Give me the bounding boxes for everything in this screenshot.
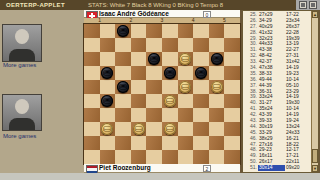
window-restore-button[interactable] [299, 1, 307, 9]
board-square[interactable] [115, 122, 131, 136]
board-square[interactable] [131, 136, 147, 150]
stats-text: STATS: White 7 Black 8 WKing 0 BKing 0 T… [88, 0, 223, 10]
page-bottom-strip [0, 173, 320, 180]
board-square[interactable] [209, 94, 225, 108]
portrait-shoulders [9, 49, 35, 62]
board-square[interactable] [84, 122, 100, 136]
board-square[interactable] [178, 108, 194, 122]
sidebar: More games More games [0, 10, 84, 173]
board-square[interactable] [193, 108, 209, 122]
board-square[interactable] [162, 150, 178, 164]
column-label: 3 [154, 18, 170, 23]
bottom-player-photo[interactable] [2, 94, 42, 131]
board-square[interactable] [115, 52, 131, 66]
board-square[interactable] [209, 150, 225, 164]
board-square[interactable] [100, 38, 116, 52]
restore-icon [301, 3, 305, 7]
board-square[interactable] [146, 38, 162, 52]
board-square[interactable] [193, 122, 209, 136]
board-square[interactable] [193, 52, 209, 66]
board-square[interactable] [146, 24, 162, 38]
bottom-player-badge[interactable]: 2 [203, 165, 211, 172]
title-bar: OERTERP-APPLET STATS: White 7 Black 8 WK… [0, 0, 296, 10]
white-piece[interactable]: ⛀ [211, 81, 223, 93]
white-piece[interactable]: ⛀ [179, 81, 191, 93]
board-square[interactable] [84, 66, 100, 80]
black-piece[interactable]: ⛂ [101, 95, 113, 107]
board-square[interactable] [100, 108, 116, 122]
board-square[interactable] [224, 38, 240, 52]
board-square[interactable] [131, 150, 147, 164]
board-square[interactable] [209, 108, 225, 122]
move-list-scrollbar[interactable]: ▲ ▼ [311, 11, 318, 172]
board-square[interactable] [193, 94, 209, 108]
column-label: 1 [92, 18, 108, 23]
board-square[interactable] [162, 136, 178, 150]
more-games-link-top[interactable]: More games [3, 62, 36, 68]
board-square[interactable] [224, 150, 240, 164]
board-square[interactable] [115, 150, 131, 164]
board-square[interactable] [209, 122, 225, 136]
column-label: 4 [185, 18, 201, 23]
board-square[interactable] [162, 52, 178, 66]
scroll-down-button[interactable]: ▼ [312, 165, 318, 172]
more-games-link-bottom[interactable]: More games [3, 133, 36, 139]
board-square[interactable] [131, 108, 147, 122]
board-square[interactable] [84, 94, 100, 108]
top-player-photo[interactable] [2, 24, 42, 62]
white-piece[interactable]: ⛀ [101, 123, 113, 135]
board-square[interactable] [100, 136, 116, 150]
board-square[interactable] [115, 94, 131, 108]
draughts-applet: OERTERP-APPLET STATS: White 7 Black 8 WK… [0, 0, 320, 180]
board-square[interactable] [84, 150, 100, 164]
board-square[interactable] [224, 94, 240, 108]
board-square[interactable] [178, 66, 194, 80]
board-square[interactable] [146, 108, 162, 122]
board-square[interactable] [84, 38, 100, 52]
board-square[interactable] [131, 66, 147, 80]
board-square[interactable] [131, 24, 147, 38]
board-square[interactable] [162, 108, 178, 122]
move-list-panel: 25.27x2917-2226.34-2923x3427.40x2926x372… [242, 10, 319, 173]
white-piece[interactable]: ⛀ [133, 123, 145, 135]
board-square[interactable] [209, 38, 225, 52]
board-square[interactable] [84, 24, 100, 38]
move-row: 51.30x1409x20 [244, 165, 312, 171]
board-square[interactable] [193, 38, 209, 52]
board-square[interactable] [224, 136, 240, 150]
board-square[interactable] [115, 108, 131, 122]
board-square[interactable] [146, 80, 162, 94]
bottom-player-bar: Piet Roozenburg 2 [84, 164, 240, 173]
close-icon [311, 3, 315, 7]
scroll-thumb[interactable] [312, 149, 318, 163]
white-piece[interactable]: ⛀ [164, 123, 176, 135]
board-square[interactable] [178, 94, 194, 108]
board-square[interactable] [146, 136, 162, 150]
bottom-player-name: Piet Roozenburg [99, 164, 151, 171]
board-square[interactable] [100, 80, 116, 94]
white-move[interactable]: 30x14 [258, 165, 285, 171]
board-square[interactable] [178, 122, 194, 136]
black-move[interactable]: 09x20 [285, 165, 312, 171]
black-piece[interactable]: ⛂ [211, 53, 223, 65]
board-square[interactable] [224, 66, 240, 80]
board-square[interactable] [146, 66, 162, 80]
board-square[interactable] [146, 150, 162, 164]
white-piece[interactable]: ⛀ [164, 95, 176, 107]
board-square[interactable] [224, 52, 240, 66]
column-label: 5 [216, 18, 232, 23]
board-square[interactable] [209, 66, 225, 80]
move-list: 25.27x2917-2226.34-2923x3427.40x2926x372… [244, 12, 312, 171]
top-player-badge[interactable]: 0 [203, 11, 211, 18]
black-piece[interactable]: ⛂ [164, 67, 176, 79]
board-square[interactable] [131, 38, 147, 52]
board-square[interactable] [162, 24, 178, 38]
black-piece[interactable]: ⛂ [195, 67, 207, 79]
board-square[interactable] [193, 136, 209, 150]
portrait-head [15, 29, 29, 44]
board-square[interactable] [178, 38, 194, 52]
board-square[interactable] [146, 122, 162, 136]
window-close-button[interactable] [309, 1, 317, 9]
black-piece[interactable]: ⛂ [148, 53, 160, 65]
move-number: 51. [244, 165, 258, 171]
board-square[interactable] [178, 136, 194, 150]
board-square[interactable] [224, 122, 240, 136]
board-square[interactable] [115, 38, 131, 52]
board-square[interactable] [100, 150, 116, 164]
column-label: 2 [123, 18, 139, 23]
app-title: OERTERP-APPLET [6, 0, 65, 10]
board-square[interactable] [224, 108, 240, 122]
black-piece[interactable]: ⛂ [117, 25, 129, 37]
portrait-shoulders [9, 118, 35, 131]
board-square[interactable] [100, 52, 116, 66]
board-square[interactable] [209, 136, 225, 150]
board-square[interactable] [131, 94, 147, 108]
scroll-up-button[interactable]: ▲ [312, 11, 318, 18]
board-square[interactable] [209, 24, 225, 38]
black-piece[interactable]: ⛂ [117, 81, 129, 93]
board-square[interactable] [131, 52, 147, 66]
board-square[interactable] [193, 150, 209, 164]
board-square[interactable] [178, 150, 194, 164]
board-square[interactable] [84, 52, 100, 66]
board-square[interactable] [84, 136, 100, 150]
board-square[interactable] [115, 66, 131, 80]
top-player-name: Isaac André Gödéance [99, 10, 169, 17]
board-square[interactable] [224, 24, 240, 38]
white-piece[interactable]: ⛀ [179, 53, 191, 65]
board-square[interactable] [146, 94, 162, 108]
board-square[interactable] [193, 24, 209, 38]
board-square[interactable] [84, 108, 100, 122]
board-square[interactable] [84, 80, 100, 94]
board-square[interactable] [162, 80, 178, 94]
board-square[interactable] [224, 80, 240, 94]
black-piece[interactable]: ⛂ [101, 67, 113, 79]
board-square[interactable] [162, 38, 178, 52]
portrait-head [15, 99, 29, 114]
board-square[interactable] [178, 24, 194, 38]
board-square[interactable] [100, 24, 116, 38]
board-square[interactable] [131, 80, 147, 94]
board-square[interactable] [115, 136, 131, 150]
board-square[interactable] [193, 80, 209, 94]
